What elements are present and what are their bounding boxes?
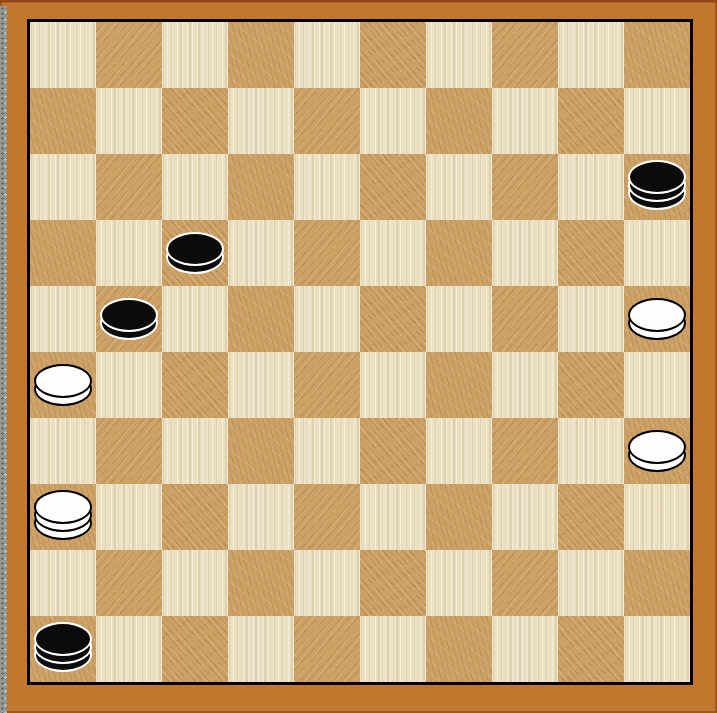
light-square	[294, 418, 360, 484]
light-square	[360, 88, 426, 154]
square-17[interactable]	[162, 220, 228, 286]
square-8[interactable]	[294, 88, 360, 154]
square-21[interactable]	[96, 286, 162, 352]
black-disc	[166, 232, 224, 266]
square-32[interactable]	[228, 418, 294, 484]
white-disc	[34, 490, 92, 524]
light-square	[162, 154, 228, 220]
square-46[interactable]	[30, 616, 96, 682]
square-44[interactable]	[492, 550, 558, 616]
square-3[interactable]	[360, 22, 426, 88]
square-11[interactable]	[96, 154, 162, 220]
light-square	[294, 550, 360, 616]
light-square	[558, 286, 624, 352]
light-square	[426, 154, 492, 220]
square-18[interactable]	[294, 220, 360, 286]
draughts-game-window	[0, 0, 717, 713]
square-49[interactable]	[426, 616, 492, 682]
light-square	[558, 418, 624, 484]
light-square	[294, 286, 360, 352]
square-45[interactable]	[624, 550, 690, 616]
light-square	[492, 352, 558, 418]
light-square	[30, 418, 96, 484]
square-28[interactable]	[294, 352, 360, 418]
square-47[interactable]	[162, 616, 228, 682]
square-12[interactable]	[228, 154, 294, 220]
light-square	[228, 352, 294, 418]
square-37[interactable]	[162, 484, 228, 550]
light-square	[162, 22, 228, 88]
square-22[interactable]	[228, 286, 294, 352]
light-square	[360, 220, 426, 286]
square-36[interactable]	[30, 484, 96, 550]
light-square	[96, 88, 162, 154]
white-disc	[34, 364, 92, 398]
light-square	[624, 220, 690, 286]
light-square	[492, 220, 558, 286]
light-square	[162, 418, 228, 484]
square-41[interactable]	[96, 550, 162, 616]
square-35[interactable]	[624, 418, 690, 484]
white-man-square-25[interactable]	[628, 298, 686, 340]
light-square	[96, 220, 162, 286]
square-4[interactable]	[492, 22, 558, 88]
square-29[interactable]	[426, 352, 492, 418]
square-14[interactable]	[492, 154, 558, 220]
light-square	[30, 286, 96, 352]
square-13[interactable]	[360, 154, 426, 220]
square-48[interactable]	[294, 616, 360, 682]
square-2[interactable]	[228, 22, 294, 88]
light-square	[96, 484, 162, 550]
square-30[interactable]	[558, 352, 624, 418]
white-disc	[628, 298, 686, 332]
black-disc	[100, 298, 158, 332]
light-square	[162, 550, 228, 616]
square-50[interactable]	[558, 616, 624, 682]
black-king-square-46[interactable]	[34, 622, 92, 672]
light-square	[162, 286, 228, 352]
light-square	[426, 550, 492, 616]
window-left-edge-strip	[0, 6, 7, 713]
square-10[interactable]	[558, 88, 624, 154]
square-31[interactable]	[96, 418, 162, 484]
light-square	[294, 154, 360, 220]
light-square	[294, 22, 360, 88]
light-square	[30, 154, 96, 220]
light-square	[426, 418, 492, 484]
square-39[interactable]	[426, 484, 492, 550]
black-disc	[34, 622, 92, 656]
white-disc	[628, 430, 686, 464]
black-man-square-21[interactable]	[100, 298, 158, 340]
square-20[interactable]	[558, 220, 624, 286]
light-square	[360, 352, 426, 418]
square-19[interactable]	[426, 220, 492, 286]
light-square	[492, 88, 558, 154]
light-square	[360, 484, 426, 550]
light-square	[492, 616, 558, 682]
square-23[interactable]	[360, 286, 426, 352]
light-square	[624, 484, 690, 550]
square-42[interactable]	[228, 550, 294, 616]
light-square	[624, 352, 690, 418]
black-king-square-15[interactable]	[628, 160, 686, 210]
light-square	[228, 220, 294, 286]
square-1[interactable]	[96, 22, 162, 88]
square-25[interactable]	[624, 286, 690, 352]
light-square	[96, 352, 162, 418]
light-square	[492, 484, 558, 550]
square-33[interactable]	[360, 418, 426, 484]
light-square	[228, 484, 294, 550]
light-square	[624, 616, 690, 682]
white-man-square-26[interactable]	[34, 364, 92, 406]
light-square	[228, 616, 294, 682]
square-38[interactable]	[294, 484, 360, 550]
light-square	[228, 88, 294, 154]
light-square	[30, 550, 96, 616]
black-disc	[628, 160, 686, 194]
light-square	[426, 286, 492, 352]
black-man-square-17[interactable]	[166, 232, 224, 274]
light-square	[558, 22, 624, 88]
square-40[interactable]	[558, 484, 624, 550]
square-16[interactable]	[30, 220, 96, 286]
square-6[interactable]	[30, 88, 96, 154]
light-square	[558, 550, 624, 616]
square-5[interactable]	[624, 22, 690, 88]
square-43[interactable]	[360, 550, 426, 616]
square-15[interactable]	[624, 154, 690, 220]
square-34[interactable]	[492, 418, 558, 484]
square-7[interactable]	[162, 88, 228, 154]
light-square	[30, 22, 96, 88]
square-9[interactable]	[426, 88, 492, 154]
draughts-board	[27, 19, 693, 685]
light-square	[96, 616, 162, 682]
white-man-square-35[interactable]	[628, 430, 686, 472]
light-square	[426, 22, 492, 88]
square-27[interactable]	[162, 352, 228, 418]
white-king-square-36[interactable]	[34, 490, 92, 540]
square-24[interactable]	[492, 286, 558, 352]
light-square	[360, 616, 426, 682]
light-square	[558, 154, 624, 220]
square-26[interactable]	[30, 352, 96, 418]
light-square	[624, 88, 690, 154]
